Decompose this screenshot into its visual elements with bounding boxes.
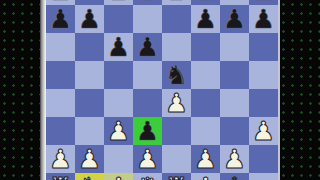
white-pawn: ♟ (75, 145, 104, 173)
white-bishop: ♝ (104, 173, 133, 180)
square-b4[interactable] (75, 89, 104, 117)
square-c7[interactable] (104, 5, 133, 33)
square-e6[interactable] (162, 33, 191, 61)
square-a2[interactable]: ♟ (46, 145, 75, 173)
square-e7[interactable] (162, 5, 191, 33)
black-pawn: ♟ (220, 5, 249, 33)
square-h6[interactable] (249, 33, 278, 61)
white-king: ♚ (220, 173, 249, 180)
square-e4[interactable]: ♟ (162, 89, 191, 117)
black-knight: ♞ (162, 61, 191, 89)
square-g2[interactable]: ♟ (220, 145, 249, 173)
square-h2[interactable] (249, 145, 278, 173)
square-g7[interactable]: ♟ (220, 5, 249, 33)
square-f1[interactable]: ♝ (191, 173, 220, 180)
black-pawn: ♟ (249, 5, 278, 33)
square-g4[interactable] (220, 89, 249, 117)
square-a5[interactable] (46, 61, 75, 89)
square-b6[interactable] (75, 33, 104, 61)
chess-board[interactable]: ♜♝♛♚♝♜♟♟♟♟♟♟♟♞♟♟♟♟♟♟♟♟♟♜♞♝♛♜♝♚ (46, 0, 278, 180)
square-e5[interactable]: ♞ (162, 61, 191, 89)
square-f4[interactable] (191, 89, 220, 117)
square-e2[interactable] (162, 145, 191, 173)
white-pawn: ♟ (133, 145, 162, 173)
square-a7[interactable]: ♟ (46, 5, 75, 33)
white-pawn: ♟ (162, 89, 191, 117)
square-d7[interactable] (133, 5, 162, 33)
square-d3[interactable]: ♟ (133, 117, 162, 145)
white-pawn: ♟ (249, 117, 278, 145)
white-queen: ♛ (133, 173, 162, 180)
square-h3[interactable]: ♟ (249, 117, 278, 145)
square-a3[interactable] (46, 117, 75, 145)
square-b3[interactable] (75, 117, 104, 145)
white-knight: ♞ (75, 173, 104, 180)
black-pawn: ♟ (46, 5, 75, 33)
square-f7[interactable]: ♟ (191, 5, 220, 33)
square-c5[interactable] (104, 61, 133, 89)
square-g1[interactable]: ♚ (220, 173, 249, 180)
square-d6[interactable]: ♟ (133, 33, 162, 61)
square-h4[interactable] (249, 89, 278, 117)
square-b5[interactable] (75, 61, 104, 89)
white-rook: ♜ (162, 173, 191, 180)
square-g3[interactable] (220, 117, 249, 145)
square-h5[interactable] (249, 61, 278, 89)
square-a6[interactable] (46, 33, 75, 61)
square-f2[interactable]: ♟ (191, 145, 220, 173)
square-c3[interactable]: ♟ (104, 117, 133, 145)
square-e1[interactable]: ♜ (162, 173, 191, 180)
board-right-edge (278, 0, 280, 180)
square-d4[interactable] (133, 89, 162, 117)
square-a1[interactable]: ♜ (46, 173, 75, 180)
black-pawn: ♟ (133, 33, 162, 61)
square-a4[interactable] (46, 89, 75, 117)
black-pawn: ♟ (104, 33, 133, 61)
square-f6[interactable] (191, 33, 220, 61)
white-pawn: ♟ (220, 145, 249, 173)
square-d5[interactable] (133, 61, 162, 89)
screen: ♜♝♛♚♝♜♟♟♟♟♟♟♟♞♟♟♟♟♟♟♟♟♟♜♞♝♛♜♝♚ (0, 0, 320, 180)
white-rook: ♜ (46, 173, 75, 180)
black-pawn: ♟ (191, 5, 220, 33)
white-bishop: ♝ (191, 173, 220, 180)
square-c2[interactable] (104, 145, 133, 173)
square-c1[interactable]: ♝ (104, 173, 133, 180)
square-g6[interactable] (220, 33, 249, 61)
white-pawn: ♟ (46, 145, 75, 173)
square-c4[interactable] (104, 89, 133, 117)
square-f3[interactable] (191, 117, 220, 145)
black-pawn: ♟ (133, 117, 162, 145)
square-b7[interactable]: ♟ (75, 5, 104, 33)
square-d1[interactable]: ♛ (133, 173, 162, 180)
square-b2[interactable]: ♟ (75, 145, 104, 173)
square-d2[interactable]: ♟ (133, 145, 162, 173)
white-pawn: ♟ (191, 145, 220, 173)
square-c6[interactable]: ♟ (104, 33, 133, 61)
black-pawn: ♟ (75, 5, 104, 33)
square-g5[interactable] (220, 61, 249, 89)
square-h7[interactable]: ♟ (249, 5, 278, 33)
square-b1[interactable]: ♞ (75, 173, 104, 180)
white-pawn: ♟ (104, 117, 133, 145)
square-f5[interactable] (191, 61, 220, 89)
square-h1[interactable] (249, 173, 278, 180)
square-e3[interactable] (162, 117, 191, 145)
